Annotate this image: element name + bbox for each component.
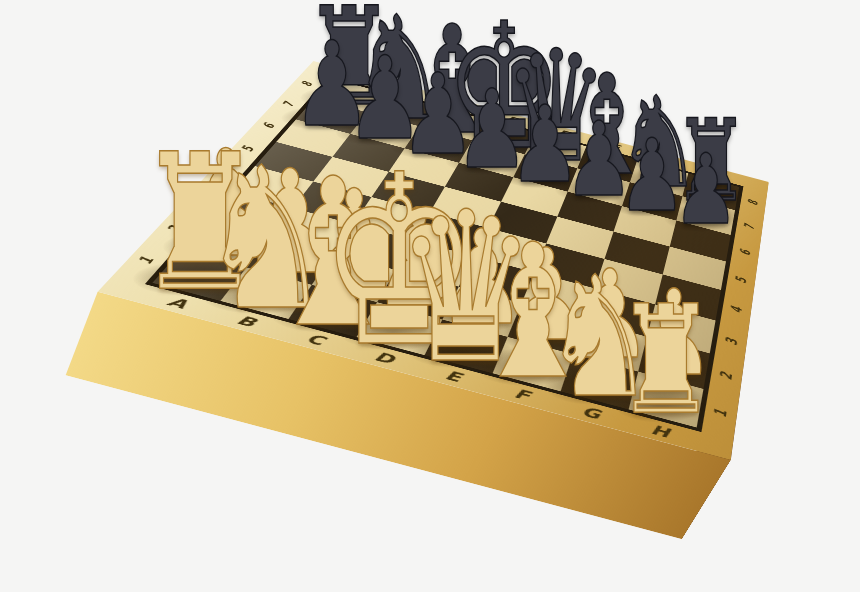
file-label-front-b: B (234, 313, 259, 329)
square-b3 (270, 208, 353, 253)
rank-label-left-2: 2 (164, 225, 185, 234)
rank-label-right-6: 6 (738, 248, 753, 256)
square-c2 (312, 253, 396, 302)
square-g2 (573, 320, 647, 372)
rank-label-left-8: 8 (299, 81, 315, 88)
rank-label-right-2: 2 (718, 371, 735, 381)
square-c3 (333, 224, 413, 270)
rank-label-left-3: 3 (191, 196, 211, 205)
rank-label-left-6: 6 (260, 122, 277, 130)
file-label-front-f: F (512, 386, 531, 402)
rank-label-right-3: 3 (724, 337, 740, 347)
rank-label-right-7: 7 (743, 223, 757, 231)
rank-label-right-8: 8 (746, 199, 760, 207)
rank-label-left-1: 1 (135, 256, 157, 266)
square-f2 (508, 303, 585, 354)
rank-label-left-4: 4 (216, 170, 235, 178)
chess-illustration: ABCDEFGH 87654321 87654321 ABCDEFGH ♜♞♝♚… (0, 0, 860, 592)
rank-label-left-5: 5 (239, 145, 257, 153)
file-label-front-c: C (304, 332, 327, 348)
square-d3 (396, 240, 474, 286)
file-label-front-g: G (580, 404, 601, 421)
rank-label-right-5: 5 (734, 276, 749, 285)
rank-label-right-1: 1 (712, 408, 730, 419)
square-b2 (247, 237, 334, 285)
square-h2 (638, 337, 710, 389)
rank-label-right-4: 4 (729, 305, 745, 314)
chess-board-3d: ABCDEFGH 87654321 87654321 ABCDEFGH (98, 61, 769, 460)
square-e2 (442, 287, 521, 337)
file-label-front-a: A (164, 295, 190, 310)
board-scene: ABCDEFGH 87654321 87654321 ABCDEFGH (197, 0, 779, 519)
square-e3 (459, 256, 535, 303)
file-label-front-h: H (649, 422, 670, 440)
square-g3 (584, 288, 655, 336)
square-h3 (647, 304, 716, 353)
rank-label-left-7: 7 (280, 101, 297, 108)
file-label-front-d: D (372, 350, 396, 367)
square-f3 (521, 272, 594, 320)
square-d2 (377, 270, 459, 320)
file-label-front-e: E (443, 368, 463, 384)
